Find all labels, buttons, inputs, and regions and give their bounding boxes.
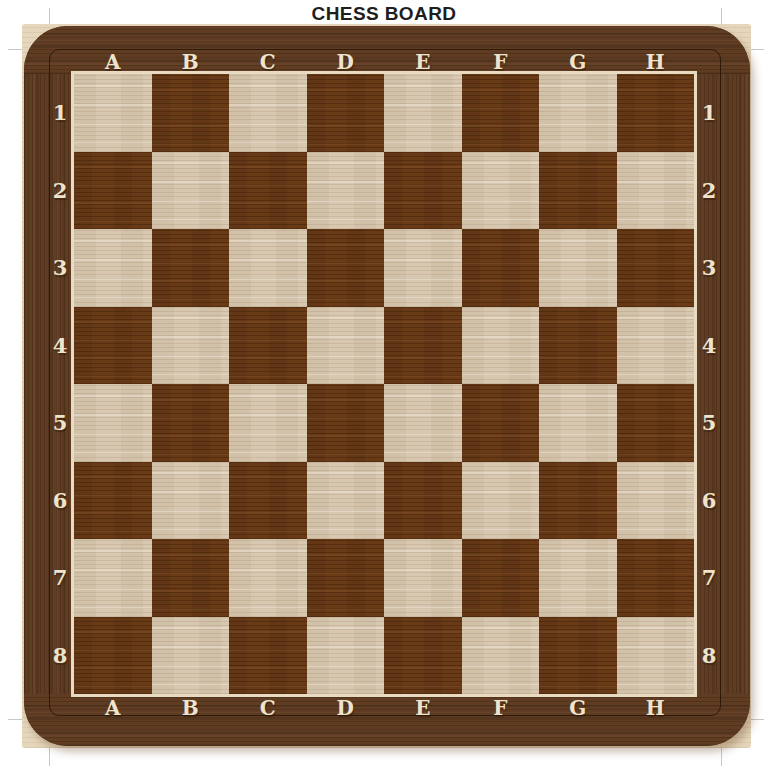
- rank-label-left-2: 2: [48, 152, 72, 230]
- square-c1: [229, 74, 307, 152]
- square-f1: [462, 74, 540, 152]
- rank-labels-right: 12345678: [698, 74, 720, 694]
- square-h7: [617, 539, 695, 617]
- rank-label-right-6: 6: [698, 462, 720, 540]
- square-c6: [229, 462, 307, 540]
- square-g2: [539, 152, 617, 230]
- square-e3: [384, 229, 462, 307]
- square-c4: [229, 307, 307, 385]
- square-d7: [307, 539, 385, 617]
- square-g5: [539, 384, 617, 462]
- square-d5: [307, 384, 385, 462]
- square-a6: [74, 462, 152, 540]
- square-g8: [539, 617, 617, 695]
- rank-label-left-4: 4: [48, 307, 72, 385]
- square-e7: [384, 539, 462, 617]
- square-h8: [617, 617, 695, 695]
- square-b5: [152, 384, 230, 462]
- square-b2: [152, 152, 230, 230]
- square-f4: [462, 307, 540, 385]
- rank-label-right-2: 2: [698, 152, 720, 230]
- rank-label-left-1: 1: [48, 74, 72, 152]
- square-h5: [617, 384, 695, 462]
- square-h3: [617, 229, 695, 307]
- square-g7: [539, 539, 617, 617]
- square-c3: [229, 229, 307, 307]
- rank-label-right-8: 8: [698, 617, 720, 695]
- square-g6: [539, 462, 617, 540]
- square-b4: [152, 307, 230, 385]
- rank-label-left-5: 5: [48, 384, 72, 462]
- square-f5: [462, 384, 540, 462]
- square-d1: [307, 74, 385, 152]
- rank-label-right-3: 3: [698, 229, 720, 307]
- square-a4: [74, 307, 152, 385]
- rank-label-left-6: 6: [48, 462, 72, 540]
- square-g1: [539, 74, 617, 152]
- square-f6: [462, 462, 540, 540]
- square-g3: [539, 229, 617, 307]
- square-f2: [462, 152, 540, 230]
- square-e1: [384, 74, 462, 152]
- square-f3: [462, 229, 540, 307]
- rank-label-left-7: 7: [48, 539, 72, 617]
- square-e6: [384, 462, 462, 540]
- square-h6: [617, 462, 695, 540]
- square-b1: [152, 74, 230, 152]
- square-c5: [229, 384, 307, 462]
- rank-labels-left: 12345678: [48, 74, 72, 694]
- rank-label-left-3: 3: [48, 229, 72, 307]
- square-d8: [307, 617, 385, 695]
- square-d3: [307, 229, 385, 307]
- square-b7: [152, 539, 230, 617]
- square-a7: [74, 539, 152, 617]
- square-c2: [229, 152, 307, 230]
- square-h1: [617, 74, 695, 152]
- square-h4: [617, 307, 695, 385]
- square-e8: [384, 617, 462, 695]
- square-d6: [307, 462, 385, 540]
- square-d2: [307, 152, 385, 230]
- square-a8: [74, 617, 152, 695]
- square-f8: [462, 617, 540, 695]
- board-grid: [71, 71, 697, 697]
- print-sheet: CHESS BOARD ABCDEFGH ABCDEFGH 12345678 1…: [0, 0, 768, 768]
- square-f7: [462, 539, 540, 617]
- square-e2: [384, 152, 462, 230]
- square-e4: [384, 307, 462, 385]
- square-g4: [539, 307, 617, 385]
- rank-label-left-8: 8: [48, 617, 72, 695]
- rank-label-right-1: 1: [698, 74, 720, 152]
- square-e5: [384, 384, 462, 462]
- frame-rail-top: [24, 26, 750, 74]
- square-d4: [307, 307, 385, 385]
- rank-label-right-5: 5: [698, 384, 720, 462]
- square-h2: [617, 152, 695, 230]
- rank-label-right-7: 7: [698, 539, 720, 617]
- square-a5: [74, 384, 152, 462]
- crop-mark-bottom-right-vertical: [721, 747, 722, 766]
- square-c8: [229, 617, 307, 695]
- square-c7: [229, 539, 307, 617]
- frame-rail-bottom: [24, 694, 750, 746]
- crop-mark-bottom-left-vertical: [49, 747, 50, 766]
- square-a3: [74, 229, 152, 307]
- square-a2: [74, 152, 152, 230]
- square-b3: [152, 229, 230, 307]
- square-a1: [74, 74, 152, 152]
- rank-label-right-4: 4: [698, 307, 720, 385]
- page-title: CHESS BOARD: [0, 3, 768, 25]
- square-b8: [152, 617, 230, 695]
- square-b6: [152, 462, 230, 540]
- chess-board: ABCDEFGH ABCDEFGH 12345678 12345678: [24, 26, 750, 746]
